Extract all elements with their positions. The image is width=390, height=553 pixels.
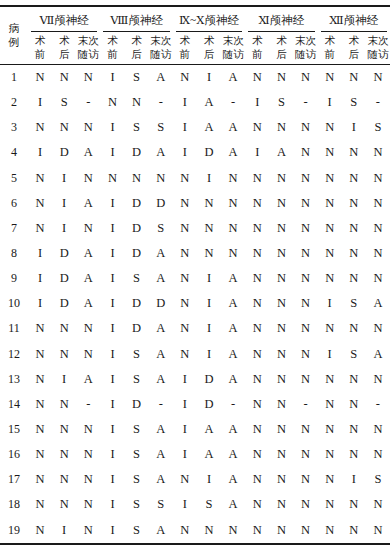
nerve-status-cell: S — [342, 342, 366, 367]
case-number: 18 — [0, 492, 28, 517]
nerve-status-cell: N — [269, 467, 293, 492]
nerve-status-cell: N — [293, 291, 317, 316]
nerve-group-header-viii: Ⅷ颅神经 — [103, 7, 169, 32]
nerve-status-cell: - — [149, 392, 173, 417]
subcolumn-header-line: 随访 — [78, 48, 99, 62]
nerve-status-cell: N — [221, 518, 245, 543]
case-number: 1 — [0, 65, 28, 90]
case-column-header: 病 例 — [0, 7, 28, 64]
nerve-status-cell: N — [52, 342, 76, 367]
nerve-status-cell: A — [76, 191, 100, 216]
subcolumn-header-line: 术 — [35, 34, 46, 48]
nerve-status-cell: S — [149, 115, 173, 140]
nerve-status-cell: I — [245, 90, 269, 115]
nerve-status-cell: N — [245, 342, 269, 367]
nerve-status-cell: A — [221, 65, 245, 90]
nerve-status-cell: N — [342, 241, 366, 266]
nerve-status-cell: N — [221, 216, 245, 241]
nerve-status-cell: N — [76, 65, 100, 90]
nerve-status-cell: I — [173, 367, 197, 392]
nerve-status-cell: A — [149, 442, 173, 467]
nerve-status-cell: N — [245, 291, 269, 316]
nerve-status-cell: N — [269, 442, 293, 467]
nerve-status-cell: N — [293, 191, 317, 216]
nerve-status-cell: A — [149, 342, 173, 367]
nerve-status-cell: N — [342, 392, 366, 417]
nerve-status-cell: N — [318, 216, 342, 241]
nerve-status-cell: N — [269, 392, 293, 417]
nerve-status-cell: N — [342, 191, 366, 216]
nerve-status-cell: N — [173, 241, 197, 266]
nerve-status-cell: N — [366, 191, 390, 216]
nerve-status-cell: S — [125, 442, 149, 467]
nerve-status-cell: N — [366, 367, 390, 392]
nerve-status-cell: N — [52, 467, 76, 492]
nerve-status-cell: N — [76, 115, 100, 140]
subcolumn-header-line: 随访 — [150, 48, 171, 62]
nerve-status-cell: N — [197, 191, 221, 216]
nerve-status-cell: I — [318, 291, 342, 316]
subcolumn-header-line: 前 — [180, 48, 191, 62]
nerve-status-cell: N — [269, 342, 293, 367]
nerve-status-cell: I — [52, 367, 76, 392]
nerve-status-cell: N — [269, 367, 293, 392]
nerve-status-cell: I — [197, 166, 221, 191]
subcolumn-header-line: 术 — [252, 34, 263, 48]
subcolumn-header-line: 后 — [349, 48, 360, 62]
nerve-status-cell: A — [221, 115, 245, 140]
subcolumn-header-line: 随访 — [295, 48, 316, 62]
nerve-status-cell: I — [173, 417, 197, 442]
nerve-status-cell: D — [125, 191, 149, 216]
nerve-status-cell: N — [76, 518, 100, 543]
nerve-status-cell: N — [28, 392, 52, 417]
subcolumn-header-line: 术 — [107, 34, 118, 48]
subcolumn-header-line: 后 — [204, 48, 215, 62]
nerve-status-cell: I — [100, 140, 124, 165]
nerve-status-cell: I — [100, 291, 124, 316]
nerve-status-cell: N — [245, 65, 269, 90]
subcolumn-header: 末次随访 — [366, 32, 390, 64]
nerve-status-cell: A — [366, 291, 390, 316]
subcolumn-header-line: 前 — [35, 48, 46, 62]
nerve-status-cell: N — [245, 316, 269, 341]
nerve-status-cell: D — [149, 291, 173, 316]
subcolumn-header-line: 末次 — [367, 34, 388, 48]
nerve-status-cell: N — [269, 191, 293, 216]
nerve-status-cell: N — [293, 316, 317, 341]
nerve-status-cell: I — [173, 492, 197, 517]
nerve-status-cell: N — [245, 442, 269, 467]
nerve-status-cell: S — [125, 417, 149, 442]
nerve-status-cell: N — [245, 166, 269, 191]
nerve-status-cell: N — [318, 65, 342, 90]
subcolumn-header-line: 末次 — [150, 34, 171, 48]
subcolumn-header-line: 末次 — [78, 34, 99, 48]
nerve-status-cell: I — [342, 467, 366, 492]
nerve-status-cell: I — [173, 442, 197, 467]
nerve-status-cell: D — [197, 367, 221, 392]
subcolumn-header: 术后 — [52, 32, 76, 64]
nerve-status-cell: N — [293, 492, 317, 517]
case-number: 7 — [0, 216, 28, 241]
subcolumn-header-line: 前 — [252, 48, 263, 62]
nerve-status-cell: S — [52, 90, 76, 115]
nerve-status-cell: A — [221, 467, 245, 492]
nerve-status-cell: N — [293, 241, 317, 266]
case-number: 16 — [0, 442, 28, 467]
nerve-status-cell: S — [197, 492, 221, 517]
case-number: 3 — [0, 115, 28, 140]
case-number: 9 — [0, 266, 28, 291]
nerve-status-cell: N — [245, 367, 269, 392]
nerve-status-cell: I — [100, 367, 124, 392]
subcolumn-header: 末次随访 — [221, 32, 245, 64]
nerve-group-header-xi: Ⅺ颅神经 — [248, 7, 314, 32]
nerve-status-cell: A — [149, 417, 173, 442]
subcolumn-header: 末次随访 — [149, 32, 173, 64]
nerve-status-cell: I — [52, 518, 76, 543]
nerve-group-header-vii: Ⅶ颅神经 — [31, 7, 97, 32]
nerve-status-cell: N — [28, 191, 52, 216]
nerve-status-cell: N — [293, 518, 317, 543]
nerve-status-cell: D — [52, 266, 76, 291]
nerve-status-cell: N — [293, 166, 317, 191]
subcolumn-header: 术前 — [245, 32, 269, 64]
nerve-status-cell: N — [293, 467, 317, 492]
nerve-status-cell: N — [52, 115, 76, 140]
subcolumn-header-line: 后 — [131, 48, 142, 62]
nerve-status-cell: N — [342, 442, 366, 467]
nerve-status-cell: N — [318, 140, 342, 165]
subcolumn-header-line: 术 — [131, 34, 142, 48]
nerve-status-cell: S — [125, 367, 149, 392]
nerve-status-cell: I — [100, 492, 124, 517]
nerve-status-cell: N — [366, 316, 390, 341]
nerve-status-cell: N — [52, 492, 76, 517]
nerve-status-cell: - — [293, 392, 317, 417]
nerve-status-cell: N — [342, 65, 366, 90]
nerve-status-cell: N — [28, 417, 52, 442]
nerve-status-cell: I — [197, 266, 221, 291]
nerve-status-cell: D — [125, 140, 149, 165]
nerve-status-cell: I — [28, 90, 52, 115]
nerve-status-cell: N — [318, 266, 342, 291]
nerve-status-cell: S — [342, 90, 366, 115]
nerve-status-cell: N — [28, 442, 52, 467]
nerve-status-cell: N — [366, 140, 390, 165]
nerve-status-cell: I — [342, 115, 366, 140]
nerve-status-cell: A — [149, 316, 173, 341]
table-body: 1NNNISANIANNNNNN2IS-NN-IA-IS-IS-3NNNISSI… — [0, 65, 390, 543]
nerve-status-cell: N — [76, 492, 100, 517]
nerve-status-cell: S — [125, 518, 149, 543]
nerve-status-cell: N — [76, 417, 100, 442]
case-number: 4 — [0, 140, 28, 165]
nerve-status-cell: S — [125, 467, 149, 492]
case-number: 11 — [0, 316, 28, 341]
nerve-status-cell: I — [197, 342, 221, 367]
nerve-status-cell: - — [221, 90, 245, 115]
nerve-status-cell: N — [197, 216, 221, 241]
table-header: 病 例 Ⅶ颅神经 Ⅷ颅神经 Ⅸ~Ⅹ颅神经 Ⅺ颅神经 Ⅻ颅神经 术前术后末次随访术… — [0, 7, 390, 65]
nerve-status-cell: N — [293, 216, 317, 241]
nerve-status-cell: N — [366, 442, 390, 467]
nerve-status-cell: S — [366, 467, 390, 492]
nerve-status-cell: N — [318, 417, 342, 442]
nerve-status-cell: N — [269, 316, 293, 341]
nerve-status-cell: N — [366, 492, 390, 517]
nerve-status-cell: S — [125, 492, 149, 517]
nerve-status-cell: S — [342, 291, 366, 316]
nerve-status-cell: N — [318, 316, 342, 341]
case-number: 10 — [0, 291, 28, 316]
nerve-status-cell: I — [173, 115, 197, 140]
nerve-status-cell: S — [125, 342, 149, 367]
nerve-status-cell: N — [293, 65, 317, 90]
nerve-status-cell: A — [221, 492, 245, 517]
nerve-status-cell: A — [149, 140, 173, 165]
nerve-status-cell: N — [269, 492, 293, 517]
nerve-status-cell: N — [28, 367, 52, 392]
nerve-status-cell: A — [149, 467, 173, 492]
subcolumn-header-line: 术 — [180, 34, 191, 48]
nerve-status-cell: N — [318, 115, 342, 140]
nerve-status-cell: A — [76, 367, 100, 392]
nerve-status-cell: I — [100, 442, 124, 467]
nerve-status-cell: I — [100, 216, 124, 241]
nerve-status-cell: N — [366, 266, 390, 291]
nerve-status-cell: N — [173, 291, 197, 316]
nerve-status-cell: N — [76, 442, 100, 467]
nerve-status-cell: - — [293, 90, 317, 115]
nerve-status-cell: N — [245, 467, 269, 492]
nerve-status-cell: N — [318, 492, 342, 517]
nerve-status-cell: I — [100, 467, 124, 492]
nerve-status-cell: A — [149, 241, 173, 266]
nerve-status-cell: I — [100, 241, 124, 266]
nerve-status-cell: A — [366, 342, 390, 367]
nerve-status-cell: N — [366, 241, 390, 266]
nerve-status-cell: A — [76, 241, 100, 266]
nerve-status-cell: A — [221, 291, 245, 316]
nerve-status-cell: N — [293, 342, 317, 367]
nerve-status-cell: A — [197, 115, 221, 140]
nerve-status-cell: N — [221, 191, 245, 216]
nerve-status-cell: N — [269, 266, 293, 291]
nerve-status-cell: N — [318, 166, 342, 191]
nerve-status-cell: A — [149, 266, 173, 291]
nerve-status-cell: I — [52, 166, 76, 191]
nerve-status-cell: - — [149, 90, 173, 115]
nerve-status-cell: I — [100, 191, 124, 216]
nerve-status-cell: N — [269, 216, 293, 241]
nerve-status-cell: D — [149, 191, 173, 216]
subcolumn-header: 术后 — [342, 32, 366, 64]
subcolumn-header: 术后 — [269, 32, 293, 64]
nerve-status-cell: N — [245, 492, 269, 517]
nerve-status-cell: I — [100, 392, 124, 417]
nerve-status-cell: N — [366, 417, 390, 442]
nerve-status-cell: N — [245, 115, 269, 140]
nerve-status-cell: D — [125, 241, 149, 266]
subcolumn-header: 术前 — [100, 32, 124, 64]
nerve-status-cell: N — [52, 417, 76, 442]
nerve-status-cell: A — [221, 342, 245, 367]
nerve-group-header-ix-x: Ⅸ~Ⅹ颅神经 — [176, 7, 242, 32]
nerve-status-cell: N — [52, 442, 76, 467]
nerve-status-cell: N — [269, 115, 293, 140]
nerve-status-cell: N — [342, 166, 366, 191]
nerve-status-cell: N — [293, 140, 317, 165]
nerve-status-cell: N — [342, 140, 366, 165]
nerve-status-cell: D — [52, 140, 76, 165]
nerve-status-cell: N — [28, 316, 52, 341]
subcolumn-header-line: 术 — [349, 34, 360, 48]
nerve-status-cell: N — [76, 166, 100, 191]
case-number: 6 — [0, 191, 28, 216]
nerve-status-cell: N — [173, 518, 197, 543]
case-number: 13 — [0, 367, 28, 392]
nerve-status-cell: N — [293, 417, 317, 442]
nerve-status-cell: N — [318, 467, 342, 492]
case-header-char: 病 — [9, 22, 20, 35]
nerve-status-cell: N — [173, 65, 197, 90]
subcolumn-header-line: 术 — [59, 34, 70, 48]
subcolumn-header-line: 随访 — [223, 48, 244, 62]
nerve-status-cell: A — [149, 65, 173, 90]
nerve-status-cell: N — [149, 166, 173, 191]
table-page: 病 例 Ⅶ颅神经 Ⅷ颅神经 Ⅸ~Ⅹ颅神经 Ⅺ颅神经 Ⅻ颅神经 术前术后末次随访术… — [0, 0, 390, 553]
nerve-status-cell: N — [366, 65, 390, 90]
subcolumn-header-line: 随访 — [367, 48, 388, 62]
nerve-status-cell: N — [173, 191, 197, 216]
nerve-status-cell: S — [125, 65, 149, 90]
nerve-status-cell: A — [269, 140, 293, 165]
nerve-status-cell: N — [125, 90, 149, 115]
nerve-status-cell: A — [197, 90, 221, 115]
subcolumn-header-line: 前 — [324, 48, 335, 62]
nerve-status-cell: N — [245, 392, 269, 417]
nerve-status-cell: N — [269, 291, 293, 316]
nerve-status-cell: N — [245, 266, 269, 291]
nerve-status-cell: I — [173, 90, 197, 115]
nerve-status-cell: A — [221, 367, 245, 392]
nerve-status-cell: D — [125, 216, 149, 241]
nerve-status-cell: N — [342, 216, 366, 241]
nerve-status-cell: N — [76, 342, 100, 367]
nerve-status-cell: N — [76, 316, 100, 341]
nerve-status-cell: A — [149, 518, 173, 543]
nerve-status-cell: I — [52, 216, 76, 241]
nerve-status-cell: I — [100, 417, 124, 442]
nerve-status-cell: N — [245, 518, 269, 543]
nerve-status-cell: N — [318, 191, 342, 216]
nerve-status-cell: N — [366, 518, 390, 543]
nerve-status-cell: I — [28, 241, 52, 266]
nerve-status-cell: A — [221, 442, 245, 467]
nerve-status-cell: N — [173, 467, 197, 492]
nerve-status-cell: I — [197, 291, 221, 316]
nerve-status-cell: N — [173, 316, 197, 341]
subcolumn-header-line: 术 — [204, 34, 215, 48]
nerve-status-cell: A — [197, 417, 221, 442]
subcolumn-header: 术前 — [28, 32, 52, 64]
subcolumn-header: 术前 — [173, 32, 197, 64]
nerve-status-cell: N — [245, 191, 269, 216]
nerve-status-cell: I — [100, 316, 124, 341]
case-number: 8 — [0, 241, 28, 266]
nerve-status-cell: D — [125, 392, 149, 417]
nerve-status-cell: N — [342, 518, 366, 543]
case-number: 17 — [0, 467, 28, 492]
nerve-status-cell: N — [28, 467, 52, 492]
case-number: 15 — [0, 417, 28, 442]
nerve-status-cell: S — [149, 492, 173, 517]
nerve-status-cell: A — [221, 266, 245, 291]
nerve-status-cell: N — [52, 65, 76, 90]
nerve-status-cell: N — [221, 241, 245, 266]
nerve-status-cell: N — [197, 518, 221, 543]
nerve-status-cell: S — [366, 115, 390, 140]
nerve-status-cell: N — [318, 518, 342, 543]
nerve-status-cell: N — [28, 492, 52, 517]
nerve-status-cell: D — [125, 316, 149, 341]
nerve-status-cell: I — [28, 291, 52, 316]
nerve-status-cell: N — [28, 518, 52, 543]
nerve-status-cell: N — [52, 316, 76, 341]
nerve-status-cell: D — [125, 291, 149, 316]
nerve-status-cell: N — [342, 316, 366, 341]
case-number: 14 — [0, 392, 28, 417]
nerve-status-cell: N — [293, 367, 317, 392]
nerve-status-cell: N — [366, 166, 390, 191]
subcolumn-header-line: 术 — [324, 34, 335, 48]
nerve-status-cell: A — [221, 140, 245, 165]
nerve-status-cell: N — [366, 216, 390, 241]
nerve-status-cell: I — [173, 392, 197, 417]
nerve-status-cell: - — [76, 90, 100, 115]
nerve-status-cell: I — [100, 518, 124, 543]
subcolumn-header-line: 前 — [107, 48, 118, 62]
subcolumn-header-line: 末次 — [223, 34, 244, 48]
nerve-status-cell: S — [149, 216, 173, 241]
nerve-status-cell: N — [173, 266, 197, 291]
nerve-status-cell: N — [173, 342, 197, 367]
nerve-status-cell: N — [197, 241, 221, 266]
nerve-status-cell: N — [342, 266, 366, 291]
nerve-status-cell: - — [76, 392, 100, 417]
nerve-status-cell: D — [197, 392, 221, 417]
nerve-status-cell: N — [100, 166, 124, 191]
nerve-status-cell: - — [366, 392, 390, 417]
nerve-status-cell: N — [28, 216, 52, 241]
nerve-status-cell: S — [125, 266, 149, 291]
nerve-status-cell: N — [245, 417, 269, 442]
nerve-status-cell: N — [269, 241, 293, 266]
nerve-status-cell: I — [197, 65, 221, 90]
subcolumn-header-line: 末次 — [295, 34, 316, 48]
subcolumn-header: 末次随访 — [76, 32, 100, 64]
nerve-status-cell: I — [28, 140, 52, 165]
nerve-status-cell: A — [221, 316, 245, 341]
nerve-status-cell: N — [125, 166, 149, 191]
nerve-status-cell: N — [318, 442, 342, 467]
nerve-status-cell: N — [52, 392, 76, 417]
nerve-status-cell: D — [52, 241, 76, 266]
nerve-status-cell: N — [28, 115, 52, 140]
nerve-status-cell: I — [197, 316, 221, 341]
